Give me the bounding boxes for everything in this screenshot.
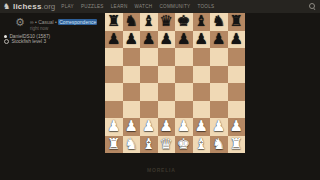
nav-item-puzzles[interactable]: PUZZLES [81,4,104,9]
white-player-row[interactable]: DanielDS10 (1587) [4,34,104,39]
black-rook-piece: ♜ [228,13,246,31]
search-handle [313,8,315,10]
square-h2[interactable]: ♟ [228,118,246,136]
square-a1[interactable]: ♜ [105,136,123,154]
square-d4[interactable] [158,83,176,101]
black-player-label: Stockfish level 3 [11,39,46,44]
square-f3[interactable] [193,101,211,119]
square-f2[interactable]: ♟ [193,118,211,136]
square-f1[interactable]: ♝ [193,136,211,154]
players-list: DanielDS10 (1587) Stockfish level 3 [4,34,104,44]
square-a8[interactable]: ♜ [105,13,123,31]
black-pawn-piece: ♟ [228,31,246,49]
square-c4[interactable] [140,83,158,101]
square-h8[interactable]: ♜ [228,13,246,31]
black-knight-piece: ♞ [123,13,141,31]
square-a3[interactable] [105,101,123,119]
square-c3[interactable] [140,101,158,119]
time-control: ∞ [30,19,34,25]
game-speed[interactable]: Correspondence [58,19,97,25]
square-e5[interactable] [175,66,193,84]
square-b7[interactable]: ♟ [123,31,141,49]
square-d1[interactable]: ♛ [158,136,176,154]
white-pawn-piece: ♟ [140,118,158,136]
square-b3[interactable] [123,101,141,119]
white-pawn-piece: ♟ [123,118,141,136]
square-g3[interactable] [210,101,228,119]
white-bishop-piece: ♝ [193,136,211,154]
square-f4[interactable] [193,83,211,101]
nav-item-learn[interactable]: LEARN [111,4,128,9]
white-pawn-piece: ♟ [158,118,176,136]
black-queen-piece: ♛ [158,13,176,31]
square-f8[interactable]: ♝ [193,13,211,31]
white-pawn-piece: ♟ [210,118,228,136]
square-h1[interactable]: ♜ [228,136,246,154]
square-c1[interactable]: ♝ [140,136,158,154]
search-icon[interactable] [309,3,316,10]
square-d8[interactable]: ♛ [158,13,176,31]
white-player-label: DanielDS10 (1587) [9,34,50,39]
square-f7[interactable]: ♟ [193,31,211,49]
square-g8[interactable]: ♞ [210,13,228,31]
square-a2[interactable]: ♟ [105,118,123,136]
square-d7[interactable]: ♟ [158,31,176,49]
game-start-time: right now [30,26,97,31]
white-player-icon [4,35,7,38]
black-player-icon [4,39,9,44]
square-h4[interactable] [228,83,246,101]
square-e7[interactable]: ♟ [175,31,193,49]
square-g4[interactable] [210,83,228,101]
white-pawn-piece: ♟ [228,118,246,136]
main-nav: PLAY PUZZLES LEARN WATCH COMMUNITY TOOLS [61,4,214,9]
square-a7[interactable]: ♟ [105,31,123,49]
nav-item-watch[interactable]: WATCH [135,4,153,9]
watermark-text: MORELIA [147,167,176,173]
lichess-game-page: ♞ lichess .org PLAY PUZZLES LEARN WATCH … [0,0,320,180]
square-b8[interactable]: ♞ [123,13,141,31]
black-pawn-piece: ♟ [158,31,176,49]
black-bishop-piece: ♝ [140,13,158,31]
square-b6[interactable] [123,48,141,66]
square-b5[interactable] [123,66,141,84]
lichess-logo[interactable]: ♞ lichess .org [3,2,55,11]
nav-item-community[interactable]: COMMUNITY [159,4,190,9]
square-g1[interactable]: ♞ [210,136,228,154]
square-e4[interactable] [175,83,193,101]
game-meta-panel: ⚙ ∞ • Casual • Correspondence right now … [4,17,104,45]
white-knight-piece: ♞ [210,136,228,154]
white-queen-piece: ♛ [158,136,176,154]
square-c2[interactable]: ♟ [140,118,158,136]
square-d5[interactable] [158,66,176,84]
square-g2[interactable]: ♟ [210,118,228,136]
logo-brand-text: lichess [13,2,42,11]
separator-dot: • [35,19,37,25]
black-pawn-piece: ♟ [123,31,141,49]
separator-dot: • [55,19,57,25]
white-rook-piece: ♜ [228,136,246,154]
white-pawn-piece: ♟ [105,118,123,136]
square-e2[interactable]: ♟ [175,118,193,136]
knight-logo-icon: ♞ [3,3,11,11]
square-b4[interactable] [123,83,141,101]
square-a6[interactable] [105,48,123,66]
square-e6[interactable] [175,48,193,66]
black-king-piece: ♚ [175,13,193,31]
square-b2[interactable]: ♟ [123,118,141,136]
black-pawn-piece: ♟ [193,31,211,49]
gear-icon: ⚙ [15,17,27,29]
game-info-line: ∞ • Casual • Correspondence [30,19,97,25]
square-h7[interactable]: ♟ [228,31,246,49]
nav-item-tools[interactable]: TOOLS [197,4,214,9]
black-pawn-piece: ♟ [210,31,228,49]
black-rook-piece: ♜ [105,13,123,31]
square-h6[interactable] [228,48,246,66]
square-e3[interactable] [175,101,193,119]
white-pawn-piece: ♟ [175,118,193,136]
square-c6[interactable] [140,48,158,66]
square-f6[interactable] [193,48,211,66]
square-c5[interactable] [140,66,158,84]
black-pawn-piece: ♟ [105,31,123,49]
square-c8[interactable]: ♝ [140,13,158,31]
chess-board: ♜♞♝♛♚♝♞♜♟♟♟♟♟♟♟♟♟♟♟♟♟♟♟♟♜♞♝♛♚♝♞♜ [105,13,245,153]
black-bishop-piece: ♝ [193,13,211,31]
logo-tld-text: .org [42,2,56,11]
square-c7[interactable]: ♟ [140,31,158,49]
white-knight-piece: ♞ [123,136,141,154]
square-g5[interactable] [210,66,228,84]
black-pawn-piece: ♟ [140,31,158,49]
square-e1[interactable]: ♚ [175,136,193,154]
black-player-row[interactable]: Stockfish level 3 [4,40,104,45]
white-bishop-piece: ♝ [140,136,158,154]
game-mode: Casual [38,19,54,25]
square-d6[interactable] [158,48,176,66]
square-h3[interactable] [228,101,246,119]
white-pawn-piece: ♟ [193,118,211,136]
square-b1[interactable]: ♞ [123,136,141,154]
square-a4[interactable] [105,83,123,101]
nav-item-play[interactable]: PLAY [61,4,74,9]
square-d3[interactable] [158,101,176,119]
square-g7[interactable]: ♟ [210,31,228,49]
white-king-piece: ♚ [175,136,193,154]
black-knight-piece: ♞ [210,13,228,31]
square-d2[interactable]: ♟ [158,118,176,136]
square-a5[interactable] [105,66,123,84]
square-f5[interactable] [193,66,211,84]
square-g6[interactable] [210,48,228,66]
white-rook-piece: ♜ [105,136,123,154]
square-h5[interactable] [228,66,246,84]
black-pawn-piece: ♟ [175,31,193,49]
square-e8[interactable]: ♚ [175,13,193,31]
